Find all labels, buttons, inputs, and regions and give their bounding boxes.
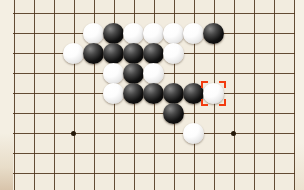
white-stone[interactable] <box>63 43 84 64</box>
white-stone[interactable] <box>143 23 164 44</box>
star-point <box>71 131 76 136</box>
white-stone[interactable] <box>163 23 184 44</box>
black-stone[interactable] <box>123 83 144 104</box>
marker-corner <box>219 81 226 88</box>
white-stone[interactable] <box>143 63 164 84</box>
black-stone[interactable] <box>163 83 184 104</box>
black-stone[interactable] <box>143 83 164 104</box>
gomoku-board-screenshot <box>0 0 304 190</box>
white-stone[interactable] <box>163 43 184 64</box>
white-stone[interactable] <box>103 63 124 84</box>
marker-corner <box>201 99 208 106</box>
goban-board[interactable] <box>13 0 295 190</box>
marker-corner <box>219 99 226 106</box>
white-stone[interactable] <box>183 123 204 144</box>
black-stone[interactable] <box>103 23 124 44</box>
black-stone[interactable] <box>83 43 104 64</box>
marker-corner <box>201 81 208 88</box>
black-stone[interactable] <box>203 23 224 44</box>
black-stone[interactable] <box>103 43 124 64</box>
white-stone[interactable] <box>103 83 124 104</box>
black-stone[interactable] <box>163 103 184 124</box>
black-stone[interactable] <box>123 63 144 84</box>
star-point <box>231 131 236 136</box>
white-stone[interactable] <box>183 23 204 44</box>
white-stone[interactable] <box>83 23 104 44</box>
white-stone[interactable] <box>123 23 144 44</box>
black-stone[interactable] <box>143 43 164 64</box>
last-move-marker <box>201 81 226 106</box>
black-stone[interactable] <box>123 43 144 64</box>
intersection-grid <box>4 4 304 184</box>
